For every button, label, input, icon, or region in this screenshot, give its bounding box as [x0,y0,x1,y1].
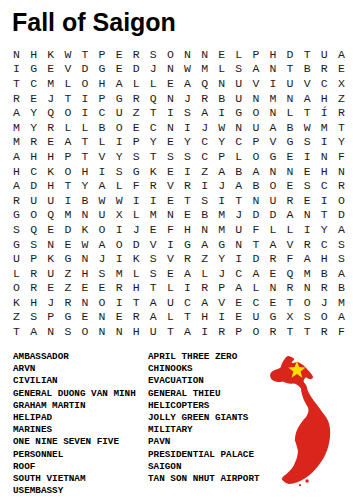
grid-cell: S [299,135,316,150]
grid-cell: G [213,237,230,252]
grid-cell: A [179,266,196,281]
grid-cell: E [111,310,128,325]
grid-cell: E [42,281,59,296]
grid-cell: S [128,149,145,164]
word-item: CHINOOKS [148,363,260,375]
grid-cell: Y [76,178,93,193]
grid-cell: S [145,251,162,266]
grid-cell: Y [111,149,128,164]
grid-cell: R [196,91,213,106]
grid-cell: U [111,105,128,120]
grid-cell: T [299,47,316,62]
grid-cell: M [196,62,213,77]
grid-cell: T [162,324,179,339]
grid-cell: L [162,281,179,296]
grid-cell: I [111,222,128,237]
grid-cell: T [299,324,316,339]
grid-cell: L [128,208,145,223]
grid-cell: G [59,251,76,266]
grid-cell: O [8,281,25,296]
word-item: ARVN [13,363,136,375]
grid-cell: N [162,91,179,106]
grid-cell: L [76,120,93,135]
grid-cell: H [42,149,59,164]
word-item: GRAHAM MARTIN [13,400,136,412]
word-item: APRIL THREE ZERO [148,351,260,363]
word-item: GENERAL DUONG VAN MINH [13,388,136,400]
grid-cell: T [230,193,247,208]
grid-cell: D [282,47,299,62]
grid-cell: V [282,237,299,252]
grid-cell: G [128,164,145,179]
word-list-right: APRIL THREE ZEROCHINOOKSEVACUATIONGENERA… [148,351,260,485]
grid-cell: D [333,208,350,223]
grid-cell: D [128,62,145,77]
grid-cell: E [76,281,93,296]
word-list-left: AMBASSADORARVNCIVILIANGENERAL DUONG VAN … [13,351,136,497]
grid-cell: A [196,237,213,252]
grid-cell: J [42,295,59,310]
grid-cell: G [264,310,281,325]
grid-cell: A [213,164,230,179]
grid-cell: A [93,178,110,193]
grid-cell: P [213,281,230,296]
grid-cell: D [247,251,264,266]
grid-cell: L [59,76,76,91]
grid-cell: G [230,105,247,120]
grid-cell: R [316,281,333,296]
grid-cell: N [264,164,281,179]
grid-cell: E [162,135,179,150]
word-item: ROOF [13,461,136,473]
grid-cell: X [333,76,350,91]
grid-cell: V [59,62,76,77]
grid-cell: Q [42,105,59,120]
grid-cell: K [8,295,25,310]
grid-cell: I [162,105,179,120]
grid-cell: R [179,251,196,266]
grid-cell: N [316,149,333,164]
grid-cell: T [179,310,196,325]
grid-cell: O [25,208,42,223]
grid-cell: N [162,120,179,135]
grid-cell: H [76,164,93,179]
grid-cell: U [162,295,179,310]
word-item: GENERAL THIEU [148,388,260,400]
grid-cell: I [111,135,128,150]
grid-cell: V [264,135,281,150]
grid-cell: E [282,178,299,193]
grid-cell: N [8,47,25,62]
grid-cell: O [247,324,264,339]
grid-cell: R [59,295,76,310]
grid-cell: N [162,208,179,223]
grid-cell: C [247,295,264,310]
grid-cell: D [264,208,281,223]
grid-cell: R [111,281,128,296]
grid-cell: U [230,76,247,91]
grid-cell: Y [316,222,333,237]
grid-cell: I [316,193,333,208]
grid-cell: R [213,324,230,339]
grid-cell: E [264,266,281,281]
grid-cell: Q [25,222,42,237]
grid-cell: C [316,178,333,193]
grid-cell: H [316,164,333,179]
grid-cell: I [76,105,93,120]
grid-cell: Z [8,310,25,325]
grid-cell: G [59,310,76,325]
word-search-grid: NHKWTPERSONNELPHDTUAIGEVDGEDJNWMLSANTBRE… [8,47,350,339]
grid-cell: D [25,178,42,193]
grid-cell: Í [316,105,333,120]
grid-cell: F [128,178,145,193]
grid-cell: T [76,149,93,164]
grid-cell: P [59,149,76,164]
grid-cell: M [299,266,316,281]
word-item: TAN SON NHUT AIRPORT [148,473,260,485]
grid-cell: H [25,149,42,164]
grid-cell: M [213,222,230,237]
grid-cell: J [213,178,230,193]
grid-cell: C [179,295,196,310]
grid-cell: C [145,120,162,135]
grid-cell: T [145,105,162,120]
grid-cell: V [299,76,316,91]
grid-cell: P [93,47,110,62]
grid-cell: A [179,324,196,339]
grid-cell: Z [128,105,145,120]
grid-cell: R [128,310,145,325]
grid-cell: R [196,281,213,296]
grid-cell: J [316,295,333,310]
grid-cell: B [282,120,299,135]
grid-cell: Z [333,91,350,106]
grid-cell: I [93,164,110,179]
island-dot [299,484,301,486]
grid-cell: A [247,62,264,77]
grid-cell: E [264,295,281,310]
grid-cell: H [93,76,110,91]
grid-cell: Y [145,135,162,150]
grid-cell: Y [25,120,42,135]
grid-cell: I [8,62,25,77]
grid-cell: E [111,47,128,62]
grid-cell: S [230,62,247,77]
grid-cell: N [282,91,299,106]
grid-cell: N [42,237,59,252]
grid-cell: L [196,266,213,281]
grid-cell: N [247,91,264,106]
grid-cell: U [42,193,59,208]
grid-cell: C [316,237,333,252]
grid-cell: W [59,47,76,62]
word-item: EVACUATION [148,375,260,387]
grid-cell: J [145,62,162,77]
grid-cell: E [42,62,59,77]
grid-cell: A [230,281,247,296]
grid-cell: T [247,237,264,252]
grid-cell: E [299,193,316,208]
grid-cell: S [179,105,196,120]
grid-cell: F [282,251,299,266]
grid-cell: T [8,76,25,91]
grid-cell: S [8,222,25,237]
grid-cell: R [8,193,25,208]
grid-cell: N [264,281,281,296]
grid-cell: G [111,91,128,106]
grid-cell: E [299,164,316,179]
grid-cell: L [282,222,299,237]
grid-cell: E [162,193,179,208]
grid-cell: N [93,310,110,325]
grid-cell: N [162,62,179,77]
grid-cell: S [111,164,128,179]
grid-cell: V [145,237,162,252]
grid-cell: Y [213,135,230,150]
grid-cell: J [93,251,110,266]
grid-cell: H [25,47,42,62]
grid-cell: N [230,120,247,135]
grid-cell: E [42,222,59,237]
word-item: PAVN [148,436,260,448]
grid-cell: N [264,105,281,120]
grid-cell: G [264,149,281,164]
grid-cell: Z [59,281,76,296]
grid-cell: S [299,178,316,193]
grid-cell: E [282,149,299,164]
grid-cell: K [76,222,93,237]
grid-cell: A [196,295,213,310]
grid-cell: N [299,281,316,296]
grid-cell: O [93,222,110,237]
grid-cell: L [162,310,179,325]
grid-cell: T [76,135,93,150]
grid-cell: N [76,295,93,310]
word-item: PERSONNEL [13,449,136,461]
grid-cell: A [145,295,162,310]
grid-cell: A [179,76,196,91]
grid-cell: W [179,62,196,77]
grid-cell: R [316,62,333,77]
grid-cell: L [247,281,264,296]
grid-cell: C [230,135,247,150]
grid-cell: A [111,76,128,91]
grid-cell: A [264,237,281,252]
grid-cell: G [8,208,25,223]
grid-cell: G [179,237,196,252]
grid-cell: L [145,76,162,91]
grid-cell: P [247,47,264,62]
grid-cell: I [316,135,333,150]
grid-cell: R [42,120,59,135]
grid-cell: K [42,47,59,62]
island-dot [305,479,308,482]
grid-cell: Q [145,91,162,106]
grid-cell: U [42,266,59,281]
grid-cell: M [316,120,333,135]
grid-cell: E [25,91,42,106]
word-item: ONE NINE SEVEN FIVE [13,436,136,448]
grid-cell: A [333,310,350,325]
grid-cell: M [59,208,76,223]
grid-cell: H [316,251,333,266]
grid-cell: H [128,281,145,296]
grid-cell: R [264,324,281,339]
grid-cell: C [316,76,333,91]
grid-cell: S [25,237,42,252]
grid-cell: A [264,120,281,135]
grid-cell: N [93,324,110,339]
grid-cell: J [42,91,59,106]
grid-cell: L [8,266,25,281]
grid-cell: A [333,266,350,281]
grid-cell: R [25,135,42,150]
grid-cell: E [59,237,76,252]
grid-cell: I [196,178,213,193]
grid-cell: A [299,251,316,266]
grid-cell: X [282,310,299,325]
word-item: PRESIDENTIAL PALACE [148,449,260,461]
grid-cell: N [42,324,59,339]
grid-cell: O [162,47,179,62]
grid-cell: P [25,251,42,266]
grid-cell: G [8,237,25,252]
grid-cell: V [162,251,179,266]
grid-cell: Q [282,266,299,281]
grid-cell: L [213,62,230,77]
grid-cell: P [128,135,145,150]
grid-cell: R [299,237,316,252]
grid-cell: X [111,208,128,223]
grid-cell: T [299,105,316,120]
grid-cell: A [8,105,25,120]
grid-cell: R [316,324,333,339]
grid-cell: M [145,208,162,223]
grid-cell: L [59,120,76,135]
grid-cell: N [333,164,350,179]
grid-cell: M [8,135,25,150]
grid-cell: S [145,266,162,281]
grid-cell: P [230,324,247,339]
grid-cell: I [111,251,128,266]
grid-cell: N [213,76,230,91]
grid-cell: R [145,178,162,193]
grid-cell: Q [196,76,213,91]
grid-cell: O [111,120,128,135]
grid-cell: W [299,120,316,135]
grid-cell: G [25,62,42,77]
grid-cell: E [76,310,93,325]
grid-cell: B [213,91,230,106]
grid-cell: G [282,135,299,150]
grid-cell: T [145,149,162,164]
grid-cell: Y [179,135,196,150]
grid-cell: O [299,295,316,310]
grid-cell: P [247,135,264,150]
grid-cell: A [333,47,350,62]
grid-cell: Z [196,251,213,266]
grid-cell: C [230,266,247,281]
grid-cell: A [230,178,247,193]
grid-cell: V [247,76,264,91]
word-item: MARINES [13,424,136,436]
grid-cell: B [230,164,247,179]
grid-cell: A [299,91,316,106]
grid-cell: F [247,222,264,237]
grid-cell: O [264,178,281,193]
grid-cell: I [179,120,196,135]
grid-cell: N [282,164,299,179]
word-item: CIVILIAN [13,375,136,387]
grid-cell: T [59,178,76,193]
grid-cell: J [230,208,247,223]
grid-cell: F [162,222,179,237]
grid-cell: F [333,324,350,339]
grid-cell: T [282,295,299,310]
grid-cell: N [264,62,281,77]
grid-cell: O [76,324,93,339]
grid-cell: W [93,193,110,208]
grid-cell: I [196,324,213,339]
grid-cell: R [8,91,25,106]
grid-cell: I [213,193,230,208]
grid-cell: I [230,251,247,266]
grid-cell: V [93,149,110,164]
grid-cell: H [316,91,333,106]
grid-cell: P [42,310,59,325]
grid-cell: N [299,208,316,223]
grid-cell: O [333,193,350,208]
vietnam-map [266,355,338,487]
grid-cell: W [111,193,128,208]
grid-cell: U [25,193,42,208]
grid-cell: U [264,193,281,208]
word-item: HELIPAD [13,412,136,424]
grid-cell: I [213,310,230,325]
grid-cell: E [333,62,350,77]
grid-cell: S [93,266,110,281]
grid-cell: S [59,324,76,339]
grid-cell: R [25,266,42,281]
grid-cell: U [230,222,247,237]
grid-cell: H [76,266,93,281]
grid-cell: V [213,295,230,310]
grid-cell: A [247,266,264,281]
grid-cell: O [93,295,110,310]
grid-cell: J [196,120,213,135]
grid-cell: H [128,324,145,339]
grid-cell: A [196,105,213,120]
grid-cell: C [93,105,110,120]
grid-cell: E [230,295,247,310]
grid-cell: T [145,281,162,296]
grid-cell: B [316,266,333,281]
grid-cell: H [264,47,281,62]
grid-cell: B [299,62,316,77]
grid-cell: E [179,208,196,223]
word-item: AMBASSADOR [13,351,136,363]
grid-cell: I [162,237,179,252]
grid-cell: S [333,237,350,252]
grid-cell: M [111,266,128,281]
grid-cell: J [179,91,196,106]
grid-cell: E [162,266,179,281]
grid-cell: V [162,178,179,193]
grid-cell: I [179,164,196,179]
grid-cell: E [230,310,247,325]
grid-cell: M [8,120,25,135]
